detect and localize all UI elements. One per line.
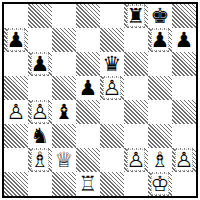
black-pawn-icon: ♟ [4,28,28,52]
piece-white-queen: ♛♕ [52,148,76,172]
white-rook-outline-icon: ♖ [76,172,100,196]
square-b8[interactable] [28,4,52,28]
chess-board: ♜♚♟♟♟♟♛♟♟♙♟♙♟♙♝♞♝♗♛♕♟♙♝♗♟♙♜♖♚♔ [2,2,198,198]
square-a4[interactable]: ♟♙ [4,100,28,124]
black-pawn-icon: ♟ [148,28,172,52]
piece-black-bishop: ♝ [52,100,76,124]
square-g2[interactable]: ♝♗ [148,148,172,172]
square-e6[interactable]: ♛ [100,52,124,76]
square-a5[interactable] [4,76,28,100]
black-bishop-icon: ♝ [52,100,76,124]
white-pawn-outline-icon: ♙ [4,100,28,124]
piece-white-bishop: ♝♗ [148,148,172,172]
piece-black-pawn: ♟ [4,28,28,52]
black-queen-icon: ♛ [100,52,124,76]
white-pawn-outline-icon: ♙ [172,148,196,172]
square-b7[interactable] [28,28,52,52]
piece-black-queen: ♛ [100,52,124,76]
square-f3[interactable] [124,124,148,148]
square-e1[interactable] [100,172,124,196]
square-c7[interactable] [52,28,76,52]
square-c4[interactable]: ♝ [52,100,76,124]
white-pawn-outline-icon: ♙ [124,148,148,172]
black-pawn-icon: ♟ [28,52,52,76]
square-a7[interactable]: ♟ [4,28,28,52]
piece-white-pawn: ♟♙ [124,148,148,172]
square-f8[interactable]: ♜ [124,4,148,28]
square-h4[interactable] [172,100,196,124]
piece-white-king: ♚♔ [148,172,172,196]
white-queen-outline-icon: ♕ [52,148,76,172]
square-d5[interactable]: ♟ [76,76,100,100]
square-b3[interactable]: ♞ [28,124,52,148]
white-king-outline-icon: ♔ [148,172,172,196]
black-pawn-icon: ♟ [172,28,196,52]
square-f1[interactable] [124,172,148,196]
square-b4[interactable]: ♟♙ [28,100,52,124]
white-pawn-outline-icon: ♙ [100,76,124,100]
piece-white-pawn: ♟♙ [172,148,196,172]
piece-white-bishop: ♝♗ [28,148,52,172]
piece-white-rook: ♜♖ [76,172,100,196]
black-rook-icon: ♜ [124,4,148,28]
piece-black-pawn: ♟ [172,28,196,52]
square-f5[interactable] [124,76,148,100]
square-f2[interactable]: ♟♙ [124,148,148,172]
square-d2[interactable] [76,148,100,172]
square-g3[interactable] [148,124,172,148]
square-h1[interactable] [172,172,196,196]
square-a6[interactable] [4,52,28,76]
square-g6[interactable] [148,52,172,76]
square-g8[interactable]: ♚ [148,4,172,28]
piece-black-rook: ♜ [124,4,148,28]
chess-diagram: ♜♚♟♟♟♟♛♟♟♙♟♙♟♙♝♞♝♗♛♕♟♙♝♗♟♙♜♖♚♔ [0,0,200,200]
square-g7[interactable]: ♟ [148,28,172,52]
square-e3[interactable] [100,124,124,148]
piece-white-pawn: ♟♙ [28,100,52,124]
square-h6[interactable] [172,52,196,76]
square-f7[interactable] [124,28,148,52]
square-f4[interactable] [124,100,148,124]
square-c2[interactable]: ♛♕ [52,148,76,172]
piece-white-pawn: ♟♙ [100,76,124,100]
piece-black-knight: ♞ [28,124,52,148]
piece-black-pawn: ♟ [148,28,172,52]
square-b6[interactable]: ♟ [28,52,52,76]
square-d3[interactable] [76,124,100,148]
square-b1[interactable] [28,172,52,196]
square-g1[interactable]: ♚♔ [148,172,172,196]
square-b5[interactable] [28,76,52,100]
square-e5[interactable]: ♟♙ [100,76,124,100]
square-d1[interactable]: ♜♖ [76,172,100,196]
square-a1[interactable] [4,172,28,196]
square-c3[interactable] [52,124,76,148]
white-pawn-outline-icon: ♙ [28,100,52,124]
square-b2[interactable]: ♝♗ [28,148,52,172]
square-h3[interactable] [172,124,196,148]
piece-white-pawn: ♟♙ [4,100,28,124]
square-h2[interactable]: ♟♙ [172,148,196,172]
square-a8[interactable] [4,4,28,28]
square-g5[interactable] [148,76,172,100]
square-d7[interactable] [76,28,100,52]
square-a3[interactable] [4,124,28,148]
black-pawn-icon: ♟ [76,76,100,100]
piece-black-pawn: ♟ [28,52,52,76]
square-c8[interactable] [52,4,76,28]
white-bishop-outline-icon: ♗ [148,148,172,172]
square-a2[interactable] [4,148,28,172]
square-c6[interactable] [52,52,76,76]
square-h7[interactable]: ♟ [172,28,196,52]
square-f6[interactable] [124,52,148,76]
square-e2[interactable] [100,148,124,172]
square-h5[interactable] [172,76,196,100]
square-e4[interactable] [100,100,124,124]
square-e8[interactable] [100,4,124,28]
square-h8[interactable] [172,4,196,28]
square-g4[interactable] [148,100,172,124]
square-d8[interactable] [76,4,100,28]
black-knight-icon: ♞ [28,124,52,148]
square-d4[interactable] [76,100,100,124]
white-bishop-outline-icon: ♗ [28,148,52,172]
square-d6[interactable] [76,52,100,76]
piece-black-king: ♚ [148,4,172,28]
square-e7[interactable] [100,28,124,52]
piece-black-pawn: ♟ [76,76,100,100]
black-king-icon: ♚ [148,4,172,28]
square-c1[interactable] [52,172,76,196]
square-c5[interactable] [52,76,76,100]
